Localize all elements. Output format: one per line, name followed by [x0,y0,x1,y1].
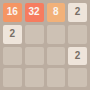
empty-cell [25,68,44,87]
tile-2: 2 [3,25,22,44]
tile-2: 2 [68,3,87,22]
tile-32: 32 [25,3,44,22]
empty-cell [47,68,66,87]
empty-cell [47,25,66,44]
empty-cell [47,47,66,66]
empty-cell [3,68,22,87]
tile-2: 2 [68,47,87,66]
empty-cell [68,68,87,87]
empty-cell [25,47,44,66]
2048-board[interactable]: 16328222 [0,0,90,90]
empty-cell [3,47,22,66]
empty-cell [68,25,87,44]
tile-16: 16 [3,3,22,22]
empty-cell [25,25,44,44]
tile-8: 8 [47,3,66,22]
